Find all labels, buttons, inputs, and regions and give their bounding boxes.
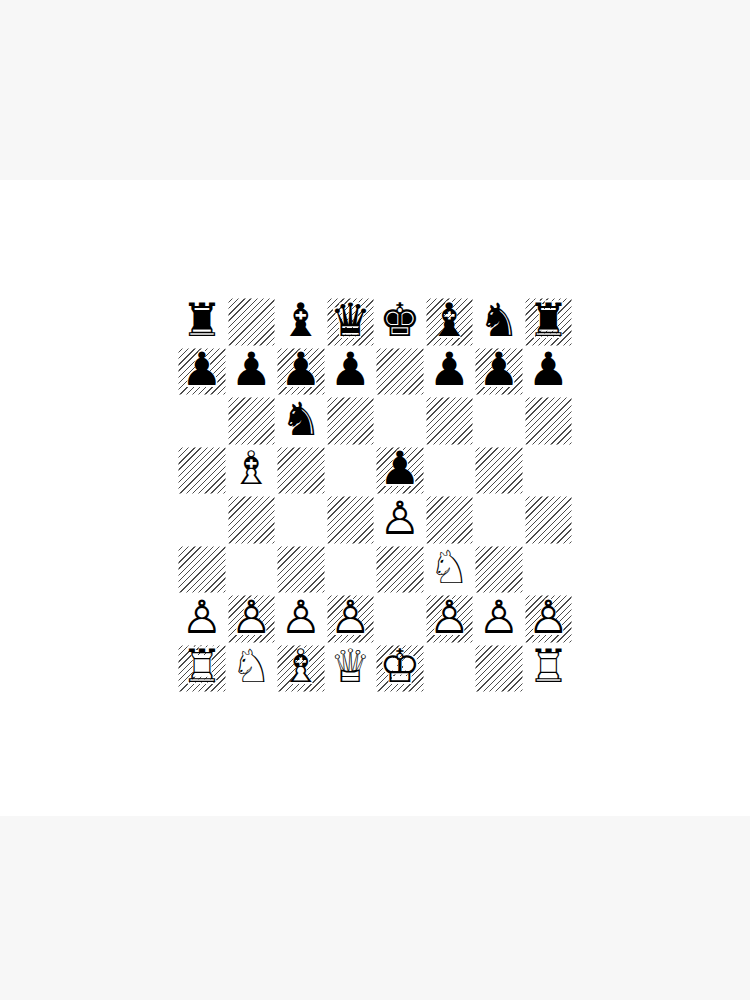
- square-h5[interactable]: [524, 446, 574, 496]
- piece-black-pawn-h7: ♟♟: [524, 347, 574, 397]
- black-pawn-glyph: ♟: [330, 346, 371, 392]
- square-h6[interactable]: [524, 396, 574, 446]
- white-rook-glyph: ♖: [528, 643, 569, 689]
- white-pawn-glyph: ♙: [528, 594, 569, 640]
- piece-white-bishop-c1: ♝♗: [276, 644, 326, 694]
- square-d1[interactable]: ♛♕: [326, 644, 376, 694]
- square-f2[interactable]: ♟♙: [425, 594, 475, 644]
- square-f1[interactable]: [425, 644, 475, 694]
- black-bishop-glyph: ♝: [429, 297, 470, 343]
- square-b1[interactable]: ♞♘: [227, 644, 277, 694]
- piece-white-pawn-f2: ♟♙: [425, 594, 475, 644]
- black-pawn-glyph: ♟: [528, 346, 569, 392]
- square-e8[interactable]: ♚♚: [375, 297, 425, 347]
- square-g4[interactable]: [474, 495, 524, 545]
- square-e7[interactable]: [375, 347, 425, 397]
- top-margin-strip: [0, 0, 750, 180]
- white-pawn-glyph: ♙: [231, 594, 272, 640]
- square-g7[interactable]: ♟♟: [474, 347, 524, 397]
- white-knight-glyph: ♘: [231, 643, 272, 689]
- white-pawn-glyph: ♙: [280, 594, 321, 640]
- white-pawn-glyph: ♙: [181, 594, 222, 640]
- piece-black-pawn-a7: ♟♟: [177, 347, 227, 397]
- white-knight-glyph: ♘: [429, 544, 470, 590]
- black-rook-glyph: ♜: [181, 297, 222, 343]
- black-knight-glyph: ♞: [478, 297, 519, 343]
- square-c5[interactable]: [276, 446, 326, 496]
- piece-black-pawn-b7: ♟♟: [227, 347, 277, 397]
- square-d6[interactable]: [326, 396, 376, 446]
- piece-white-queen-d1: ♛♕: [326, 644, 376, 694]
- square-c4[interactable]: [276, 495, 326, 545]
- chess-diagram-canvas: ♜♜♝♝♛♛♚♚♝♝♞♞♜♜♟♟♟♟♟♟♟♟♟♟♟♟♟♟♞♞♝♗♟♟♟♙♞♘♟♙…: [0, 0, 750, 1000]
- white-pawn-glyph: ♙: [478, 594, 519, 640]
- square-e3[interactable]: [375, 545, 425, 595]
- black-pawn-glyph: ♟: [181, 346, 222, 392]
- black-pawn-glyph: ♟: [280, 346, 321, 392]
- piece-black-pawn-d7: ♟♟: [326, 347, 376, 397]
- white-rook-glyph: ♖: [181, 643, 222, 689]
- square-b4[interactable]: [227, 495, 277, 545]
- square-f6[interactable]: [425, 396, 475, 446]
- piece-white-king-e1: ♚♔: [375, 644, 425, 694]
- piece-black-knight-c6: ♞♞: [276, 396, 326, 446]
- square-g5[interactable]: [474, 446, 524, 496]
- white-king-glyph: ♔: [379, 643, 420, 689]
- piece-white-pawn-g2: ♟♙: [474, 594, 524, 644]
- square-g1[interactable]: [474, 644, 524, 694]
- black-bishop-glyph: ♝: [280, 297, 321, 343]
- square-h7[interactable]: ♟♟: [524, 347, 574, 397]
- white-queen-glyph: ♕: [330, 643, 371, 689]
- white-pawn-glyph: ♙: [379, 495, 420, 541]
- square-f7[interactable]: ♟♟: [425, 347, 475, 397]
- black-rook-glyph: ♜: [528, 297, 569, 343]
- piece-white-pawn-e4: ♟♙: [375, 495, 425, 545]
- black-pawn-glyph: ♟: [231, 346, 272, 392]
- bottom-margin-strip: [0, 816, 750, 1000]
- white-pawn-glyph: ♙: [429, 594, 470, 640]
- square-a7[interactable]: ♟♟: [177, 347, 227, 397]
- piece-white-knight-b1: ♞♘: [227, 644, 277, 694]
- piece-white-bishop-b5: ♝♗: [227, 446, 277, 496]
- square-a6[interactable]: [177, 396, 227, 446]
- white-bishop-glyph: ♗: [280, 643, 321, 689]
- square-f5[interactable]: [425, 446, 475, 496]
- square-d4[interactable]: [326, 495, 376, 545]
- square-e4[interactable]: ♟♙: [375, 495, 425, 545]
- square-d5[interactable]: [326, 446, 376, 496]
- square-a4[interactable]: [177, 495, 227, 545]
- square-g2[interactable]: ♟♙: [474, 594, 524, 644]
- black-pawn-glyph: ♟: [379, 445, 420, 491]
- piece-white-rook-h1: ♜♖: [524, 644, 574, 694]
- chess-board: ♜♜♝♝♛♛♚♚♝♝♞♞♜♜♟♟♟♟♟♟♟♟♟♟♟♟♟♟♞♞♝♗♟♟♟♙♞♘♟♙…: [177, 297, 573, 693]
- square-b5[interactable]: ♝♗: [227, 446, 277, 496]
- square-b7[interactable]: ♟♟: [227, 347, 277, 397]
- black-queen-glyph: ♛: [330, 297, 371, 343]
- piece-white-rook-a1: ♜♖: [177, 644, 227, 694]
- black-pawn-glyph: ♟: [429, 346, 470, 392]
- square-a5[interactable]: [177, 446, 227, 496]
- square-c1[interactable]: ♝♗: [276, 644, 326, 694]
- square-c6[interactable]: ♞♞: [276, 396, 326, 446]
- square-a1[interactable]: ♜♖: [177, 644, 227, 694]
- square-h4[interactable]: [524, 495, 574, 545]
- black-knight-glyph: ♞: [280, 396, 321, 442]
- piece-black-king-e8: ♚♚: [375, 297, 425, 347]
- square-d7[interactable]: ♟♟: [326, 347, 376, 397]
- piece-black-pawn-f7: ♟♟: [425, 347, 475, 397]
- square-h1[interactable]: ♜♖: [524, 644, 574, 694]
- black-pawn-glyph: ♟: [478, 346, 519, 392]
- white-pawn-glyph: ♙: [330, 594, 371, 640]
- piece-black-pawn-g7: ♟♟: [474, 347, 524, 397]
- black-king-glyph: ♚: [379, 297, 420, 343]
- white-bishop-glyph: ♗: [231, 445, 272, 491]
- square-e1[interactable]: ♚♔: [375, 644, 425, 694]
- square-g6[interactable]: [474, 396, 524, 446]
